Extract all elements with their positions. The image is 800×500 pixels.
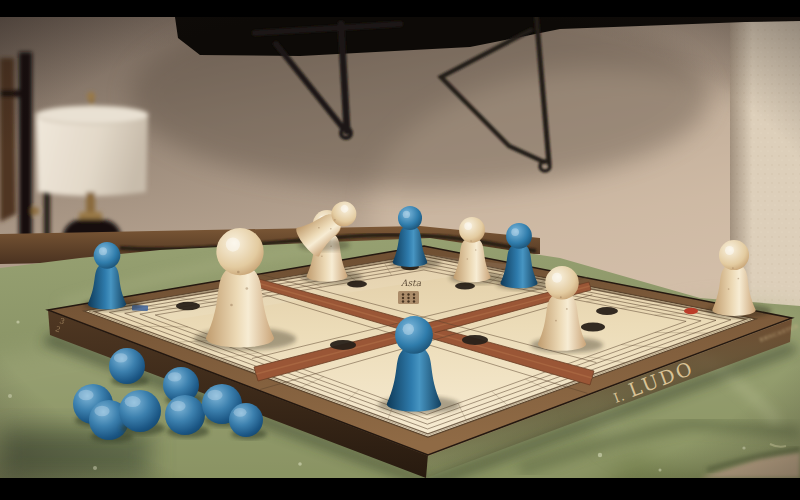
scene: Asta Asta I. LUDO BRNCASTER 3 2 — [0, 0, 800, 500]
letterbox-top — [0, 0, 800, 17]
vignette — [0, 17, 800, 478]
letterbox-bottom — [0, 478, 800, 500]
photo-frame: Asta Asta I. LUDO BRNCASTER 3 2 — [0, 0, 800, 500]
